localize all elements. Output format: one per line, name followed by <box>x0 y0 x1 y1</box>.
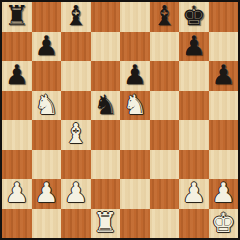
square-f8[interactable]: ♝ <box>150 2 180 32</box>
square-g1[interactable] <box>179 209 209 239</box>
square-f1[interactable] <box>150 209 180 239</box>
square-c6[interactable] <box>61 61 91 91</box>
square-a4[interactable] <box>2 120 32 150</box>
square-e5[interactable]: ♞ <box>120 91 150 121</box>
piece-black-pawn[interactable]: ♟ <box>123 61 147 88</box>
piece-white-pawn[interactable]: ♟ <box>211 179 235 206</box>
piece-black-knight[interactable]: ♞ <box>93 91 117 118</box>
square-b3[interactable] <box>32 150 62 180</box>
square-f3[interactable] <box>150 150 180 180</box>
square-a1[interactable] <box>2 209 32 239</box>
piece-white-pawn[interactable]: ♟ <box>34 179 58 206</box>
square-g7[interactable]: ♟ <box>179 32 209 62</box>
chessboard: ♜♝♝♚♟♟♟♟♟♞♞♞♝♟♟♟♟♟♜♚ <box>0 0 240 240</box>
square-b1[interactable] <box>32 209 62 239</box>
piece-white-pawn[interactable]: ♟ <box>64 179 88 206</box>
square-c2[interactable]: ♟ <box>61 179 91 209</box>
square-h5[interactable] <box>209 91 239 121</box>
square-b4[interactable] <box>32 120 62 150</box>
piece-white-king[interactable]: ♚ <box>211 209 235 236</box>
square-a3[interactable] <box>2 150 32 180</box>
square-c4[interactable]: ♝ <box>61 120 91 150</box>
piece-black-bishop[interactable]: ♝ <box>152 2 176 29</box>
square-d5[interactable]: ♞ <box>91 91 121 121</box>
square-g3[interactable] <box>179 150 209 180</box>
square-d8[interactable] <box>91 2 121 32</box>
square-h4[interactable] <box>209 120 239 150</box>
square-d4[interactable] <box>91 120 121 150</box>
square-a2[interactable]: ♟ <box>2 179 32 209</box>
square-f5[interactable] <box>150 91 180 121</box>
square-c3[interactable] <box>61 150 91 180</box>
square-h3[interactable] <box>209 150 239 180</box>
square-f2[interactable] <box>150 179 180 209</box>
piece-black-pawn[interactable]: ♟ <box>211 61 235 88</box>
piece-white-knight[interactable]: ♞ <box>34 91 58 118</box>
square-g5[interactable] <box>179 91 209 121</box>
piece-black-rook[interactable]: ♜ <box>5 2 29 29</box>
square-e4[interactable] <box>120 120 150 150</box>
piece-black-pawn[interactable]: ♟ <box>34 32 58 59</box>
square-g4[interactable] <box>179 120 209 150</box>
square-a8[interactable]: ♜ <box>2 2 32 32</box>
square-c7[interactable] <box>61 32 91 62</box>
square-a7[interactable] <box>2 32 32 62</box>
square-c5[interactable] <box>61 91 91 121</box>
square-h2[interactable]: ♟ <box>209 179 239 209</box>
square-g8[interactable]: ♚ <box>179 2 209 32</box>
square-h7[interactable] <box>209 32 239 62</box>
piece-black-pawn[interactable]: ♟ <box>182 32 206 59</box>
square-c1[interactable] <box>61 209 91 239</box>
square-d6[interactable] <box>91 61 121 91</box>
square-b6[interactable] <box>32 61 62 91</box>
square-d3[interactable] <box>91 150 121 180</box>
square-g6[interactable] <box>179 61 209 91</box>
square-f4[interactable] <box>150 120 180 150</box>
square-a5[interactable] <box>2 91 32 121</box>
square-d7[interactable] <box>91 32 121 62</box>
piece-white-bishop[interactable]: ♝ <box>64 120 88 147</box>
square-h8[interactable] <box>209 2 239 32</box>
piece-white-pawn[interactable]: ♟ <box>5 179 29 206</box>
piece-white-knight[interactable]: ♞ <box>123 91 147 118</box>
square-c8[interactable]: ♝ <box>61 2 91 32</box>
square-d2[interactable] <box>91 179 121 209</box>
square-a6[interactable]: ♟ <box>2 61 32 91</box>
square-d1[interactable]: ♜ <box>91 209 121 239</box>
square-e1[interactable] <box>120 209 150 239</box>
piece-black-bishop[interactable]: ♝ <box>64 2 88 29</box>
square-e7[interactable] <box>120 32 150 62</box>
square-f7[interactable] <box>150 32 180 62</box>
piece-white-pawn[interactable]: ♟ <box>182 179 206 206</box>
piece-white-rook[interactable]: ♜ <box>93 209 117 236</box>
square-f6[interactable] <box>150 61 180 91</box>
piece-black-pawn[interactable]: ♟ <box>5 61 29 88</box>
square-b8[interactable] <box>32 2 62 32</box>
square-b7[interactable]: ♟ <box>32 32 62 62</box>
square-e2[interactable] <box>120 179 150 209</box>
square-e8[interactable] <box>120 2 150 32</box>
square-b2[interactable]: ♟ <box>32 179 62 209</box>
square-h1[interactable]: ♚ <box>209 209 239 239</box>
square-h6[interactable]: ♟ <box>209 61 239 91</box>
square-b5[interactable]: ♞ <box>32 91 62 121</box>
square-g2[interactable]: ♟ <box>179 179 209 209</box>
piece-black-king[interactable]: ♚ <box>182 2 206 29</box>
square-e6[interactable]: ♟ <box>120 61 150 91</box>
square-e3[interactable] <box>120 150 150 180</box>
